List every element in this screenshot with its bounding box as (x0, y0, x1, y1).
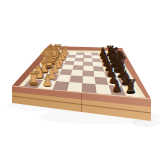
board-square (76, 52, 84, 55)
board-square (75, 55, 83, 58)
product-photo: ♜♟♟♜♞♟♟♞♝♟♟♝♚♟♟♚♛♟♟♛♝♟♟♝♞♟♟♞♜♟♟♜ (0, 0, 160, 160)
board-square (84, 53, 92, 56)
piece-black-pawn: ♟ (111, 77, 122, 95)
piece-white-rook: ♜ (27, 68, 40, 89)
board-square (71, 70, 83, 76)
board-square (72, 65, 83, 70)
board-square (74, 61, 84, 65)
chess-set-photo: ♜♟♟♜♞♟♟♞♝♟♟♝♚♟♟♚♛♟♟♛♝♟♟♝♞♟♟♞♜♟♟♜ (0, 0, 160, 160)
board-square (83, 70, 95, 77)
board-square (68, 52, 76, 55)
board-square (84, 55, 92, 58)
board-square (82, 83, 97, 93)
board-square (67, 82, 82, 92)
piece-black-rook: ♜ (124, 76, 137, 97)
piece-white-pawn: ♟ (42, 72, 53, 90)
board-square (75, 58, 84, 62)
board-square (83, 65, 94, 70)
board-square (83, 61, 93, 66)
board-square (84, 58, 93, 62)
board-square (69, 75, 82, 83)
board-square (82, 76, 95, 84)
